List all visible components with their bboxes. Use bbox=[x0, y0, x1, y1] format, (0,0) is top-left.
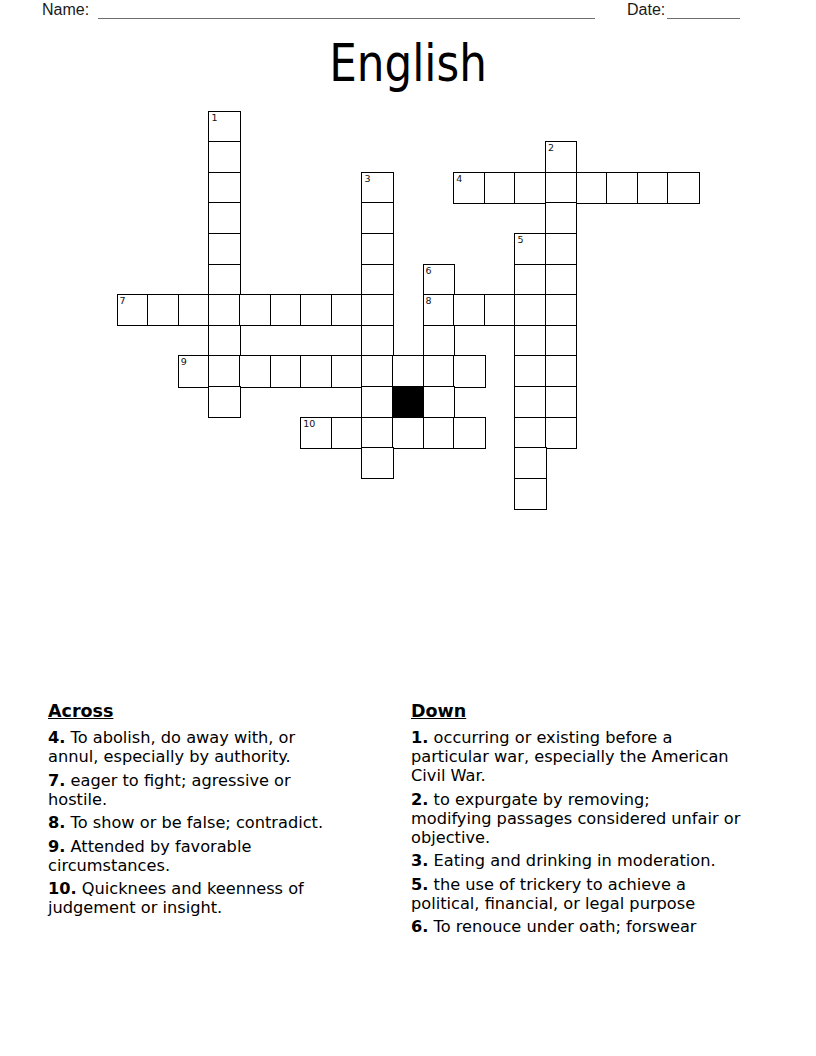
date-label: Date: bbox=[627, 1, 665, 19]
grid-cell-r10c9[interactable] bbox=[392, 417, 424, 449]
clue-item: 2. to expurgate by removing; modifying p… bbox=[411, 790, 785, 847]
grid-cell-r8c7[interactable] bbox=[331, 355, 363, 387]
grid-cell-r11c8[interactable] bbox=[361, 447, 393, 479]
grid-cell-r6c1[interactable] bbox=[147, 294, 179, 326]
clue-item: 8. To show or be false; contradict. bbox=[48, 813, 404, 832]
clue-number-4: 4 bbox=[456, 174, 462, 184]
grid-cell-r10c11[interactable] bbox=[453, 417, 485, 449]
clue-item: 6. To renouce under oath; forswear bbox=[411, 917, 785, 936]
grid-cell-r10c14[interactable] bbox=[545, 417, 577, 449]
clue-number-9: 9 bbox=[181, 357, 187, 367]
grid-cell-r8c8[interactable] bbox=[361, 355, 393, 387]
grid-cell-r6c6[interactable] bbox=[300, 294, 332, 326]
grid-cell-r4c3[interactable] bbox=[208, 233, 240, 265]
clue-item-number: 5. bbox=[411, 875, 428, 894]
date-blank-line[interactable] bbox=[667, 18, 740, 19]
clue-item-text: to expurgate by removing; modifying pass… bbox=[411, 790, 740, 847]
grid-cell-r6c14[interactable] bbox=[545, 294, 577, 326]
grid-cell-r10c10[interactable] bbox=[423, 417, 455, 449]
grid-cell-r2c18[interactable] bbox=[667, 172, 699, 204]
grid-cell-r7c14[interactable] bbox=[545, 325, 577, 357]
clue-item-number: 4. bbox=[48, 728, 65, 747]
name-blank-line[interactable] bbox=[98, 18, 595, 19]
grid-cell-r10c7[interactable] bbox=[331, 417, 363, 449]
clue-item: 3. Eating and drinking in moderation. bbox=[411, 851, 785, 870]
grid-cell-r11c13[interactable] bbox=[514, 447, 546, 479]
grid-cell-r8c4[interactable] bbox=[239, 355, 271, 387]
grid-cell-r8c13[interactable] bbox=[514, 355, 546, 387]
grid-cell-r3c8[interactable] bbox=[361, 202, 393, 234]
clue-number-7: 7 bbox=[120, 296, 126, 306]
grid-cell-r2c14[interactable] bbox=[545, 172, 577, 204]
grid-cell-r8c6[interactable] bbox=[300, 355, 332, 387]
grid-cell-r5c13[interactable] bbox=[514, 264, 546, 296]
grid-cell-r7c3[interactable] bbox=[208, 325, 240, 357]
grid-cell-r8c10[interactable] bbox=[423, 355, 455, 387]
clue-number-1: 1 bbox=[211, 113, 217, 123]
across-heading: Across bbox=[48, 701, 404, 721]
grid-cell-r9c8[interactable] bbox=[361, 386, 393, 418]
grid-cell-r10c13[interactable] bbox=[514, 417, 546, 449]
clue-number-8: 8 bbox=[426, 296, 432, 306]
grid-cell-r8c9[interactable] bbox=[392, 355, 424, 387]
grid-cell-r8c5[interactable] bbox=[270, 355, 302, 387]
grid-cell-r5c8[interactable] bbox=[361, 264, 393, 296]
down-clues-section: Down 1. occurring or existing before a p… bbox=[411, 701, 785, 941]
grid-cell-r6c7[interactable] bbox=[331, 294, 363, 326]
clue-item-text: To abolish, do away with, or annul, espe… bbox=[48, 728, 295, 766]
grid-cell-r4c14[interactable] bbox=[545, 233, 577, 265]
grid-cell-r2c16[interactable] bbox=[606, 172, 638, 204]
grid-cell-r12c13[interactable] bbox=[514, 478, 546, 510]
clue-item-number: 7. bbox=[48, 771, 65, 790]
grid-cell-r5c3[interactable] bbox=[208, 264, 240, 296]
clue-item: 7. eager to fight; agressive or hostile. bbox=[48, 771, 404, 809]
clue-item: 9. Attended by favorable circumstances. bbox=[48, 837, 404, 875]
grid-cell-r10c8[interactable] bbox=[361, 417, 393, 449]
grid-cell-r6c8[interactable] bbox=[361, 294, 393, 326]
clue-item: 5. the use of trickery to achieve a poli… bbox=[411, 875, 785, 913]
grid-cell-r6c3[interactable] bbox=[208, 294, 240, 326]
clue-item-text: occurring or existing before a particula… bbox=[411, 728, 729, 785]
black-cell bbox=[392, 386, 424, 418]
clue-item: 1. occurring or existing before a partic… bbox=[411, 728, 785, 785]
grid-cell-r8c11[interactable] bbox=[453, 355, 485, 387]
clue-item-text: eager to fight; agressive or hostile. bbox=[48, 771, 291, 809]
grid-cell-r4c8[interactable] bbox=[361, 233, 393, 265]
grid-cell-r8c14[interactable] bbox=[545, 355, 577, 387]
clue-item-text: Attended by favorable circumstances. bbox=[48, 837, 251, 875]
puzzle-title: English bbox=[65, 33, 750, 93]
grid-cell-r3c3[interactable] bbox=[208, 202, 240, 234]
across-clues-section: Across 4. To abolish, do away with, or a… bbox=[48, 701, 404, 922]
clue-item-number: 3. bbox=[411, 851, 428, 870]
clue-item-number: 1. bbox=[411, 728, 428, 747]
grid-cell-r5c14[interactable] bbox=[545, 264, 577, 296]
name-label: Name: bbox=[42, 1, 89, 19]
grid-cell-r6c4[interactable] bbox=[239, 294, 271, 326]
grid-cell-r7c8[interactable] bbox=[361, 325, 393, 357]
clue-number-5: 5 bbox=[517, 235, 523, 245]
grid-cell-r6c13[interactable] bbox=[514, 294, 546, 326]
grid-cell-r6c12[interactable] bbox=[484, 294, 516, 326]
down-heading: Down bbox=[411, 701, 785, 721]
clue-item-number: 10. bbox=[48, 879, 77, 898]
grid-cell-r2c15[interactable] bbox=[576, 172, 608, 204]
worksheet-page: Name: Date: English 12345678910 Across 4… bbox=[0, 0, 816, 1056]
clue-item-text: To show or be false; contradict. bbox=[71, 813, 324, 832]
clue-number-2: 2 bbox=[548, 143, 554, 153]
clue-item-text: To renouce under oath; forswear bbox=[434, 917, 697, 936]
clue-number-10: 10 bbox=[303, 419, 315, 429]
grid-cell-r1c3[interactable] bbox=[208, 141, 240, 173]
grid-cell-r3c14[interactable] bbox=[545, 202, 577, 234]
clue-item-number: 6. bbox=[411, 917, 428, 936]
grid-cell-r2c13[interactable] bbox=[514, 172, 546, 204]
clue-number-3: 3 bbox=[364, 174, 370, 184]
grid-cell-r6c5[interactable] bbox=[270, 294, 302, 326]
clue-item-text: Quicknees and keenness of judgement or i… bbox=[48, 879, 304, 917]
grid-cell-r8c3[interactable] bbox=[208, 355, 240, 387]
clue-item: 10. Quicknees and keenness of judgement … bbox=[48, 879, 404, 917]
clue-item-number: 8. bbox=[48, 813, 65, 832]
grid-cell-r2c12[interactable] bbox=[484, 172, 516, 204]
grid-cell-r7c13[interactable] bbox=[514, 325, 546, 357]
grid-cell-r2c17[interactable] bbox=[637, 172, 669, 204]
clue-item-text: Eating and drinking in moderation. bbox=[434, 851, 716, 870]
clue-item: 4. To abolish, do away with, or annul, e… bbox=[48, 728, 404, 766]
grid-cell-r9c3[interactable] bbox=[208, 386, 240, 418]
clue-item-number: 2. bbox=[411, 790, 428, 809]
grid-cell-r9c13[interactable] bbox=[514, 386, 546, 418]
across-clue-list: 4. To abolish, do away with, or annul, e… bbox=[48, 728, 404, 917]
down-clue-list: 1. occurring or existing before a partic… bbox=[411, 728, 785, 936]
grid-cell-r6c2[interactable] bbox=[178, 294, 210, 326]
grid-cell-r7c10[interactable] bbox=[423, 325, 455, 357]
clue-number-6: 6 bbox=[426, 266, 432, 276]
clue-item-text: the use of trickery to achieve a politic… bbox=[411, 875, 695, 913]
crossword-grid: 12345678910 bbox=[117, 111, 700, 511]
grid-cell-r9c10[interactable] bbox=[423, 386, 455, 418]
grid-cell-r9c14[interactable] bbox=[545, 386, 577, 418]
clue-item-number: 9. bbox=[48, 837, 65, 856]
grid-cell-r2c3[interactable] bbox=[208, 172, 240, 204]
grid-cell-r6c11[interactable] bbox=[453, 294, 485, 326]
